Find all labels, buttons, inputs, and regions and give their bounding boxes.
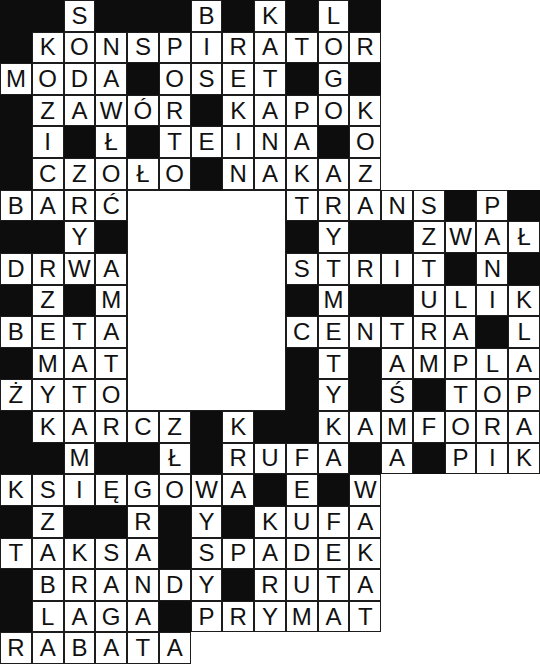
black-cell-r17c1 <box>0 506 32 538</box>
letter-cell-r11c3[interactable]: T <box>64 316 96 348</box>
black-cell-r3c5 <box>127 63 159 95</box>
letter-cell-r8c15[interactable]: W <box>445 221 477 253</box>
letter-cell-r20c4[interactable]: G <box>95 601 127 633</box>
letter-cell-r18c8[interactable]: P <box>222 538 254 570</box>
letter-cell-r13c11[interactable]: Y <box>318 379 350 411</box>
crossword-puzzle: SBKLKONSPIRATORMODAOSETGZAWÓRKAPOKIŁTEIN… <box>0 0 540 664</box>
letter-cell-r9c10[interactable]: S <box>286 253 318 285</box>
letter-cell-r16c8[interactable]: A <box>222 474 254 506</box>
letter-cell-r5c9[interactable]: N <box>254 126 286 158</box>
letter-cell-r18c10[interactable]: D <box>286 538 318 570</box>
letter-cell-r12c13[interactable]: A <box>381 348 413 380</box>
letter-cell-r6c11[interactable]: A <box>318 158 350 190</box>
photo-placeholder <box>127 190 286 411</box>
letter-cell-r1c7[interactable]: B <box>191 0 223 32</box>
letter-cell-r12c2[interactable]: M <box>32 348 64 380</box>
letter-cell-r8c16[interactable]: A <box>476 221 508 253</box>
letter-cell-r20c9[interactable]: Y <box>254 601 286 633</box>
letter-cell-r7c11[interactable]: R <box>318 190 350 222</box>
letter-cell-r9c4[interactable]: A <box>95 253 127 285</box>
letter-cell-r13c3[interactable]: T <box>64 379 96 411</box>
black-cell-r7c15 <box>445 190 477 222</box>
letter-cell-r15c11[interactable]: A <box>318 443 350 475</box>
letter-cell-r7c3[interactable]: R <box>64 190 96 222</box>
letter-cell-r15c9[interactable]: U <box>254 443 286 475</box>
letter-cell-r11c14[interactable]: R <box>413 316 445 348</box>
letter-cell-r16c10[interactable]: E <box>286 474 318 506</box>
letter-cell-r11c11[interactable]: E <box>318 316 350 348</box>
letter-cell-r17c5[interactable]: R <box>127 506 159 538</box>
letter-cell-r14c16[interactable]: R <box>476 411 508 443</box>
letter-cell-r2c2[interactable]: K <box>32 32 64 64</box>
letter-cell-r14c11[interactable]: K <box>318 411 350 443</box>
letter-cell-r8c17[interactable]: Ł <box>508 221 540 253</box>
letter-cell-r21c6[interactable]: A <box>159 632 191 664</box>
letter-cell-r20c5[interactable]: A <box>127 601 159 633</box>
letter-cell-r4c12[interactable]: K <box>349 95 381 127</box>
letter-cell-r16c12[interactable]: W <box>349 474 381 506</box>
black-cell-r8c2 <box>32 221 64 253</box>
black-cell-r8c4 <box>95 221 127 253</box>
black-cell-r15c5 <box>127 443 159 475</box>
letter-cell-r18c5[interactable]: A <box>127 538 159 570</box>
letter-cell-r7c4[interactable]: Ć <box>95 190 127 222</box>
letter-cell-r14c2[interactable]: K <box>32 411 64 443</box>
letter-cell-r19c3[interactable]: R <box>64 569 96 601</box>
black-cell-r15c1 <box>0 443 32 475</box>
letter-cell-r10c4[interactable]: M <box>95 285 127 317</box>
letter-cell-r7c14[interactable]: S <box>413 190 445 222</box>
letter-cell-r17c12[interactable]: A <box>349 506 381 538</box>
letter-cell-r14c6[interactable]: Z <box>159 411 191 443</box>
letter-cell-r15c3[interactable]: M <box>64 443 96 475</box>
black-cell-r2c1 <box>0 32 32 64</box>
letter-cell-r17c7[interactable]: Y <box>191 506 223 538</box>
letter-cell-r13c17[interactable]: P <box>508 379 540 411</box>
letter-cell-r17c11[interactable]: F <box>318 506 350 538</box>
letter-cell-r20c2[interactable]: L <box>32 601 64 633</box>
black-cell-r11c16 <box>476 316 508 348</box>
letter-cell-r6c12[interactable]: Z <box>349 158 381 190</box>
letter-cell-r21c1[interactable]: R <box>0 632 32 664</box>
black-cell-r15c12 <box>349 443 381 475</box>
letter-cell-r20c12[interactable]: T <box>349 601 381 633</box>
letter-cell-r7c10[interactable]: T <box>286 190 318 222</box>
black-cell-r5c5 <box>127 126 159 158</box>
black-cell-r10c1 <box>0 285 32 317</box>
letter-cell-r10c16[interactable]: I <box>476 285 508 317</box>
letter-cell-r17c9[interactable]: K <box>254 506 286 538</box>
black-cell-r4c7 <box>191 95 223 127</box>
letter-cell-r12c3[interactable]: A <box>64 348 96 380</box>
letter-cell-r17c2[interactable]: Z <box>32 506 64 538</box>
letter-cell-r3c9[interactable]: T <box>254 63 286 95</box>
letter-cell-r7c1[interactable]: B <box>0 190 32 222</box>
black-cell-r1c12 <box>349 0 381 32</box>
letter-cell-r20c8[interactable]: R <box>222 601 254 633</box>
black-cell-r3c12 <box>349 63 381 95</box>
letter-cell-r18c2[interactable]: A <box>32 538 64 570</box>
letter-cell-r7c2[interactable]: A <box>32 190 64 222</box>
letter-cell-r2c10[interactable]: T <box>286 32 318 64</box>
black-cell-r13c10 <box>286 379 318 411</box>
black-cell-r17c6 <box>159 506 191 538</box>
black-cell-r10c10 <box>286 285 318 317</box>
letter-cell-r11c13[interactable]: T <box>381 316 413 348</box>
letter-cell-r21c2[interactable]: A <box>32 632 64 664</box>
letter-cell-r14c14[interactable]: F <box>413 411 445 443</box>
letter-cell-r14c4[interactable]: R <box>95 411 127 443</box>
letter-cell-r9c1[interactable]: D <box>0 253 32 285</box>
black-cell-r14c7 <box>191 411 223 443</box>
letter-cell-r3c2[interactable]: O <box>32 63 64 95</box>
letter-cell-r4c8[interactable]: K <box>222 95 254 127</box>
letter-cell-r10c17[interactable]: K <box>508 285 540 317</box>
letter-cell-r4c2[interactable]: Z <box>32 95 64 127</box>
letter-cell-r1c3[interactable]: S <box>64 0 96 32</box>
letter-cell-r3c11[interactable]: G <box>318 63 350 95</box>
letter-cell-r13c1[interactable]: Ż <box>0 379 32 411</box>
black-cell-r5c1 <box>0 126 32 158</box>
letter-cell-r19c11[interactable]: T <box>318 569 350 601</box>
letter-cell-r20c10[interactable]: M <box>286 601 318 633</box>
letter-cell-r11c10[interactable]: C <box>286 316 318 348</box>
black-cell-r3c10 <box>286 63 318 95</box>
letter-cell-r19c6[interactable]: D <box>159 569 191 601</box>
black-cell-r8c10 <box>286 221 318 253</box>
letter-cell-r15c15[interactable]: P <box>445 443 477 475</box>
black-cell-r19c8 <box>222 569 254 601</box>
letter-cell-r5c4[interactable]: Ł <box>95 126 127 158</box>
letter-cell-r15c16[interactable]: I <box>476 443 508 475</box>
letter-cell-r15c6[interactable]: Ł <box>159 443 191 475</box>
letter-cell-r11c1[interactable]: B <box>0 316 32 348</box>
black-cell-r14c1 <box>0 411 32 443</box>
letter-cell-r18c12[interactable]: K <box>349 538 381 570</box>
black-cell-r18c6 <box>159 538 191 570</box>
letter-cell-r5c2[interactable]: I <box>32 126 64 158</box>
black-cell-r5c3 <box>64 126 96 158</box>
letter-cell-r19c2[interactable]: B <box>32 569 64 601</box>
letter-cell-r21c5[interactable]: T <box>127 632 159 664</box>
letter-cell-r2c7[interactable]: I <box>191 32 223 64</box>
letter-cell-r4c9[interactable]: A <box>254 95 286 127</box>
letter-cell-r18c3[interactable]: K <box>64 538 96 570</box>
letter-cell-r9c11[interactable]: T <box>318 253 350 285</box>
black-cell-r15c4 <box>95 443 127 475</box>
letter-cell-r11c17[interactable]: L <box>508 316 540 348</box>
letter-cell-r18c4[interactable]: S <box>95 538 127 570</box>
letter-cell-r16c3[interactable]: I <box>64 474 96 506</box>
letter-cell-r19c7[interactable]: Y <box>191 569 223 601</box>
letter-cell-r12c15[interactable]: P <box>445 348 477 380</box>
black-cell-r10c13 <box>381 285 413 317</box>
letter-cell-r4c10[interactable]: P <box>286 95 318 127</box>
letter-cell-r1c11[interactable]: L <box>318 0 350 32</box>
letter-cell-r4c5[interactable]: Ó <box>127 95 159 127</box>
black-cell-r1c5 <box>127 0 159 32</box>
letter-cell-r9c2[interactable]: R <box>32 253 64 285</box>
letter-cell-r6c6[interactable]: O <box>159 158 191 190</box>
letter-cell-r2c9[interactable]: A <box>254 32 286 64</box>
letter-cell-r15c17[interactable]: K <box>508 443 540 475</box>
letter-cell-r4c4[interactable]: W <box>95 95 127 127</box>
letter-cell-r15c10[interactable]: F <box>286 443 318 475</box>
letter-cell-r10c2[interactable]: Z <box>32 285 64 317</box>
letter-cell-r16c7[interactable]: W <box>191 474 223 506</box>
letter-cell-r19c9[interactable]: R <box>254 569 286 601</box>
letter-cell-r16c5[interactable]: G <box>127 474 159 506</box>
black-cell-r20c6 <box>159 601 191 633</box>
letter-cell-r14c17[interactable]: A <box>508 411 540 443</box>
black-cell-r16c9 <box>254 474 286 506</box>
black-cell-r1c1 <box>0 0 32 32</box>
letter-cell-r5c6[interactable]: T <box>159 126 191 158</box>
black-cell-r8c1 <box>0 221 32 253</box>
letter-cell-r16c2[interactable]: S <box>32 474 64 506</box>
letter-cell-r12c11[interactable]: T <box>318 348 350 380</box>
letter-cell-r3c8[interactable]: E <box>222 63 254 95</box>
letter-cell-r5c8[interactable]: I <box>222 126 254 158</box>
black-cell-r1c2 <box>32 0 64 32</box>
black-cell-r16c11 <box>318 474 350 506</box>
letter-cell-r19c12[interactable]: A <box>349 569 381 601</box>
letter-cell-r6c9[interactable]: A <box>254 158 286 190</box>
letter-cell-r7c13[interactable]: N <box>381 190 413 222</box>
letter-cell-r11c4[interactable]: A <box>95 316 127 348</box>
black-cell-r13c14 <box>413 379 445 411</box>
black-cell-r12c12 <box>349 348 381 380</box>
letter-cell-r18c11[interactable]: E <box>318 538 350 570</box>
letter-cell-r10c15[interactable]: L <box>445 285 477 317</box>
letter-cell-r18c9[interactable]: A <box>254 538 286 570</box>
letter-cell-r14c8[interactable]: K <box>222 411 254 443</box>
black-cell-r7c17 <box>508 190 540 222</box>
letter-cell-r3c3[interactable]: D <box>64 63 96 95</box>
black-cell-r1c8 <box>222 0 254 32</box>
black-cell-r10c12 <box>349 285 381 317</box>
letter-cell-r19c4[interactable]: A <box>95 569 127 601</box>
letter-cell-r14c5[interactable]: C <box>127 411 159 443</box>
letter-cell-r1c9[interactable]: K <box>254 0 286 32</box>
black-cell-r9c17 <box>508 253 540 285</box>
black-cell-r17c3 <box>64 506 96 538</box>
letter-cell-r13c13[interactable]: Ś <box>381 379 413 411</box>
letter-cell-r13c16[interactable]: O <box>476 379 508 411</box>
letter-cell-r9c12[interactable]: R <box>349 253 381 285</box>
black-cell-r5c11 <box>318 126 350 158</box>
letter-cell-r2c4[interactable]: N <box>95 32 127 64</box>
letter-cell-r9c16[interactable]: N <box>476 253 508 285</box>
letter-cell-r13c2[interactable]: Y <box>32 379 64 411</box>
letter-cell-r4c11[interactable]: O <box>318 95 350 127</box>
letter-cell-r6c5[interactable]: Ł <box>127 158 159 190</box>
letter-cell-r6c10[interactable]: K <box>286 158 318 190</box>
black-cell-r13c12 <box>349 379 381 411</box>
black-cell-r12c1 <box>0 348 32 380</box>
letter-cell-r15c8[interactable]: R <box>222 443 254 475</box>
letter-cell-r11c2[interactable]: E <box>32 316 64 348</box>
letter-cell-r12c4[interactable]: T <box>95 348 127 380</box>
letter-cell-r17c10[interactable]: U <box>286 506 318 538</box>
black-cell-r8c13 <box>381 221 413 253</box>
black-cell-r15c2 <box>32 443 64 475</box>
black-cell-r15c7 <box>191 443 223 475</box>
letter-cell-r7c12[interactable]: A <box>349 190 381 222</box>
letter-cell-r3c6[interactable]: O <box>159 63 191 95</box>
letter-cell-r10c14[interactable]: U <box>413 285 445 317</box>
letter-cell-r2c12[interactable]: R <box>349 32 381 64</box>
black-cell-r19c1 <box>0 569 32 601</box>
black-cell-r20c1 <box>0 601 32 633</box>
letter-cell-r5c7[interactable]: E <box>191 126 223 158</box>
letter-cell-r14c12[interactable]: A <box>349 411 381 443</box>
letter-cell-r16c1[interactable]: K <box>0 474 32 506</box>
black-cell-r1c10 <box>286 0 318 32</box>
letter-cell-r9c3[interactable]: W <box>64 253 96 285</box>
letter-cell-r6c4[interactable]: O <box>95 158 127 190</box>
letter-cell-r20c3[interactable]: A <box>64 601 96 633</box>
letter-cell-r11c12[interactable]: N <box>349 316 381 348</box>
black-cell-r6c7 <box>191 158 223 190</box>
letter-cell-r21c3[interactable]: B <box>64 632 96 664</box>
letter-cell-r6c2[interactable]: C <box>32 158 64 190</box>
letter-cell-r2c5[interactable]: S <box>127 32 159 64</box>
letter-cell-r8c3[interactable]: Y <box>64 221 96 253</box>
black-cell-r17c4 <box>95 506 127 538</box>
black-cell-r1c4 <box>95 0 127 32</box>
letter-cell-r12c14[interactable]: M <box>413 348 445 380</box>
letter-cell-r14c3[interactable]: A <box>64 411 96 443</box>
letter-cell-r12c16[interactable]: L <box>476 348 508 380</box>
letter-cell-r2c11[interactable]: O <box>318 32 350 64</box>
letter-cell-r14c13[interactable]: M <box>381 411 413 443</box>
letter-cell-r4c6[interactable]: R <box>159 95 191 127</box>
letter-cell-r18c7[interactable]: S <box>191 538 223 570</box>
letter-cell-r3c1[interactable]: M <box>0 63 32 95</box>
letter-cell-r2c6[interactable]: P <box>159 32 191 64</box>
black-cell-r8c12 <box>349 221 381 253</box>
letter-cell-r4c3[interactable]: A <box>64 95 96 127</box>
letter-cell-r19c10[interactable]: U <box>286 569 318 601</box>
letter-cell-r21c4[interactable]: A <box>95 632 127 664</box>
letter-cell-r8c14[interactable]: Z <box>413 221 445 253</box>
crossword-board: SBKLKONSPIRATORMODAOSETGZAWÓRKAPOKIŁTEIN… <box>0 0 540 664</box>
letter-cell-r3c7[interactable]: S <box>191 63 223 95</box>
letter-cell-r14c15[interactable]: O <box>445 411 477 443</box>
letter-cell-r18c1[interactable]: T <box>0 538 32 570</box>
black-cell-r4c1 <box>0 95 32 127</box>
letter-cell-r7c16[interactable]: P <box>476 190 508 222</box>
black-cell-r14c10 <box>286 411 318 443</box>
black-cell-r12c10 <box>286 348 318 380</box>
black-cell-r14c9 <box>254 411 286 443</box>
letter-cell-r13c4[interactable]: O <box>95 379 127 411</box>
letter-cell-r12c17[interactable]: A <box>508 348 540 380</box>
letter-cell-r2c8[interactable]: R <box>222 32 254 64</box>
black-cell-r6c1 <box>0 158 32 190</box>
letter-cell-r13c15[interactable]: T <box>445 379 477 411</box>
black-cell-r15c14 <box>413 443 445 475</box>
letter-cell-r19c5[interactable]: N <box>127 569 159 601</box>
letter-cell-r9c13[interactable]: I <box>381 253 413 285</box>
black-cell-r10c3 <box>64 285 96 317</box>
letter-cell-r6c3[interactable]: Z <box>64 158 96 190</box>
letter-cell-r3c4[interactable]: A <box>95 63 127 95</box>
letter-cell-r15c13[interactable]: A <box>381 443 413 475</box>
letter-cell-r10c11[interactable]: M <box>318 285 350 317</box>
letter-cell-r6c8[interactable]: N <box>222 158 254 190</box>
letter-cell-r20c11[interactable]: A <box>318 601 350 633</box>
letter-cell-r8c11[interactable]: Y <box>318 221 350 253</box>
black-cell-r17c8 <box>222 506 254 538</box>
letter-cell-r11c15[interactable]: A <box>445 316 477 348</box>
letter-cell-r5c12[interactable]: O <box>349 126 381 158</box>
letter-cell-r5c10[interactable]: A <box>286 126 318 158</box>
letter-cell-r16c6[interactable]: O <box>159 474 191 506</box>
letter-cell-r16c4[interactable]: Ę <box>95 474 127 506</box>
black-cell-r1c6 <box>159 0 191 32</box>
black-cell-r9c15 <box>445 253 477 285</box>
letter-cell-r9c14[interactable]: T <box>413 253 445 285</box>
letter-cell-r2c3[interactable]: O <box>64 32 96 64</box>
letter-cell-r20c7[interactable]: P <box>191 601 223 633</box>
